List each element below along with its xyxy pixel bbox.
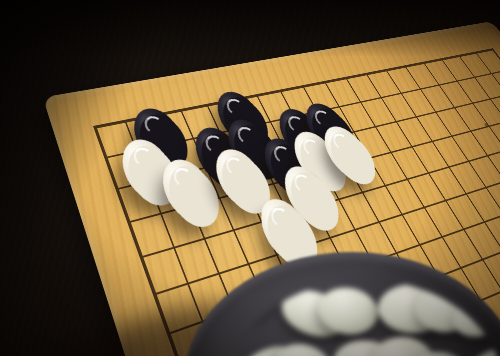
go-photo-scene: ●●●●●●●●●●●●●●	[0, 0, 500, 356]
bowl-white-stone	[228, 280, 283, 328]
white-stone-heap	[228, 280, 500, 356]
bowl-white-stone	[462, 340, 500, 356]
